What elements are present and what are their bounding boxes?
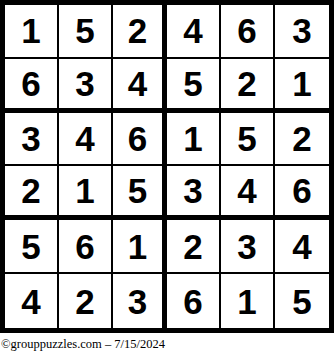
cell-r5c4: 2: [167, 220, 221, 274]
cell-r1c6: 3: [275, 5, 329, 59]
cell-r1c4: 4: [167, 5, 221, 59]
cell-r1c2: 5: [59, 5, 113, 59]
cell-r6c5: 1: [221, 274, 275, 328]
cell-r2c2: 3: [59, 59, 113, 113]
cell-r6c4: 6: [167, 274, 221, 328]
cell-r5c5: 3: [221, 220, 275, 274]
cell-r4c1: 2: [5, 166, 59, 220]
sudoku-board: 152463634521346152215346561234423615: [0, 0, 334, 333]
cell-r6c2: 2: [59, 274, 113, 328]
cell-r4c2: 1: [59, 166, 113, 220]
cell-r4c4: 3: [167, 166, 221, 220]
cell-r1c5: 6: [221, 5, 275, 59]
cell-r1c3: 2: [113, 5, 167, 59]
cell-r3c4: 1: [167, 113, 221, 167]
cell-r5c1: 5: [5, 220, 59, 274]
cell-r5c6: 4: [275, 220, 329, 274]
cell-r3c6: 2: [275, 113, 329, 167]
cell-r6c1: 4: [5, 274, 59, 328]
cell-r5c2: 6: [59, 220, 113, 274]
cell-r2c5: 2: [221, 59, 275, 113]
cell-r4c3: 5: [113, 166, 167, 220]
cell-r6c6: 5: [275, 274, 329, 328]
cell-r3c3: 6: [113, 113, 167, 167]
cell-r2c3: 4: [113, 59, 167, 113]
cell-r4c6: 6: [275, 166, 329, 220]
cell-r5c3: 1: [113, 220, 167, 274]
cell-r2c4: 5: [167, 59, 221, 113]
cell-r3c1: 3: [5, 113, 59, 167]
cell-r3c5: 5: [221, 113, 275, 167]
cell-r2c6: 1: [275, 59, 329, 113]
cell-r3c2: 4: [59, 113, 113, 167]
cell-r4c5: 4: [221, 166, 275, 220]
sudoku-page: 152463634521346152215346561234423615 ©gr…: [0, 0, 335, 357]
copyright-footer: ©grouppuzzles.com – 7/15/2024: [1, 337, 165, 352]
cell-r6c3: 3: [113, 274, 167, 328]
cell-r2c1: 6: [5, 59, 59, 113]
cell-r1c1: 1: [5, 5, 59, 59]
